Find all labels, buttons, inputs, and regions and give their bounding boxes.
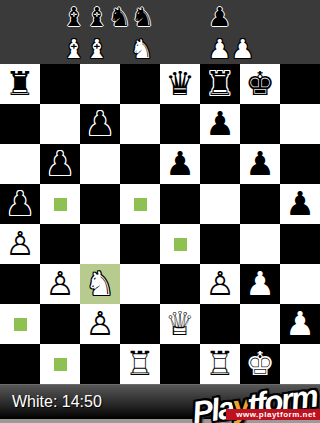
square-b2[interactable]: [40, 304, 80, 344]
square-h1[interactable]: [280, 344, 320, 384]
white-pawn: ♙: [85, 304, 115, 344]
square-b7[interactable]: [40, 104, 80, 144]
white-pawn: ♙: [205, 264, 235, 304]
white-rook: ♖: [125, 344, 155, 384]
active-player-clock: White: 14:50: [12, 393, 102, 411]
square-e4[interactable]: [160, 224, 200, 264]
square-d3[interactable]: [120, 264, 160, 304]
captured-black-knight-icon: ♞: [131, 2, 154, 32]
square-e3[interactable]: [160, 264, 200, 304]
square-b3[interactable]: ♙: [40, 264, 80, 304]
square-a4[interactable]: ♙: [0, 224, 40, 264]
square-c5[interactable]: [80, 184, 120, 224]
bottom-strip: [0, 419, 320, 423]
square-a8[interactable]: ♜: [0, 64, 40, 104]
black-pawn: ♟: [285, 184, 315, 224]
captured-pieces-tray: ♝♝♞♞♟ ♝♝♞♟♟: [0, 0, 320, 64]
white-queen: ♕: [165, 304, 195, 344]
square-e6[interactable]: ♟: [160, 144, 200, 184]
square-f1[interactable]: ♖: [200, 344, 240, 384]
square-b8[interactable]: [40, 64, 80, 104]
white-knight: ♞: [85, 264, 115, 304]
square-a3[interactable]: [0, 264, 40, 304]
square-h3[interactable]: [280, 264, 320, 304]
square-a2[interactable]: [0, 304, 40, 344]
white-pawn: ♟: [245, 264, 275, 304]
chess-app: ♝♝♞♞♟ ♝♝♞♟♟ ♜♛♜♚♟♟♟♟♟♟♟♙♙♞♙♟♙♕♟♖♖♚ White…: [0, 0, 320, 423]
captured-white-bishop-icon: ♝: [62, 34, 85, 64]
square-g3[interactable]: ♟: [240, 264, 280, 304]
square-a5[interactable]: ♟: [0, 184, 40, 224]
move-hint-marker: [54, 358, 67, 371]
square-g1[interactable]: ♚: [240, 344, 280, 384]
square-f7[interactable]: ♟: [200, 104, 240, 144]
captured-white-pawn-icon: ♟: [208, 34, 231, 64]
square-h8[interactable]: [280, 64, 320, 104]
captured-black-bishop-icon: ♝: [85, 2, 108, 32]
square-c3[interactable]: ♞: [80, 264, 120, 304]
square-h5[interactable]: ♟: [280, 184, 320, 224]
square-f5[interactable]: [200, 184, 240, 224]
square-d6[interactable]: [120, 144, 160, 184]
move-hint-marker: [134, 198, 147, 211]
square-e7[interactable]: [160, 104, 200, 144]
square-d1[interactable]: ♖: [120, 344, 160, 384]
captured-black-knight-icon: ♞: [108, 2, 131, 32]
square-c1[interactable]: [80, 344, 120, 384]
white-pawn: ♙: [45, 264, 75, 304]
black-pawn: ♟: [205, 104, 235, 144]
square-c7[interactable]: ♟: [80, 104, 120, 144]
square-e1[interactable]: [160, 344, 200, 384]
square-h2[interactable]: ♟: [280, 304, 320, 344]
captured-white-bishop-icon: ♝: [85, 34, 108, 64]
square-d5[interactable]: [120, 184, 160, 224]
move-hint-marker: [174, 238, 187, 251]
captured-black-bishop-icon: ♝: [62, 2, 85, 32]
square-d2[interactable]: [120, 304, 160, 344]
square-a1[interactable]: [0, 344, 40, 384]
chess-board: ♜♛♜♚♟♟♟♟♟♟♟♙♙♞♙♟♙♕♟♖♖♚: [0, 64, 320, 384]
square-f8[interactable]: ♜: [200, 64, 240, 104]
square-c2[interactable]: ♙: [80, 304, 120, 344]
captured-white-knight-icon: ♞: [130, 34, 153, 64]
captured-black-pawn-icon: ♟: [208, 2, 231, 32]
status-bar: White: 14:50: [0, 384, 320, 419]
square-g2[interactable]: [240, 304, 280, 344]
square-g4[interactable]: [240, 224, 280, 264]
square-a6[interactable]: [0, 144, 40, 184]
square-f2[interactable]: [200, 304, 240, 344]
black-rook: ♜: [205, 64, 235, 104]
square-g5[interactable]: [240, 184, 280, 224]
move-hint-marker: [14, 318, 27, 331]
square-d8[interactable]: [120, 64, 160, 104]
black-pawn: ♟: [85, 104, 115, 144]
square-c8[interactable]: [80, 64, 120, 104]
square-f6[interactable]: [200, 144, 240, 184]
square-b4[interactable]: [40, 224, 80, 264]
square-c6[interactable]: [80, 144, 120, 184]
square-f3[interactable]: ♙: [200, 264, 240, 304]
square-a7[interactable]: [0, 104, 40, 144]
white-rook: ♖: [205, 344, 235, 384]
square-e8[interactable]: ♛: [160, 64, 200, 104]
square-h7[interactable]: [280, 104, 320, 144]
square-e2[interactable]: ♕: [160, 304, 200, 344]
square-g6[interactable]: ♟: [240, 144, 280, 184]
black-pawn: ♟: [165, 144, 195, 184]
black-pawn: ♟: [5, 184, 35, 224]
black-pawn: ♟: [245, 144, 275, 184]
white-pawn: ♟: [285, 304, 315, 344]
square-d4[interactable]: [120, 224, 160, 264]
square-b5[interactable]: [40, 184, 80, 224]
captured-white-pawn-icon: ♟: [231, 34, 254, 64]
white-king: ♚: [245, 344, 275, 384]
square-h4[interactable]: [280, 224, 320, 264]
square-b1[interactable]: [40, 344, 80, 384]
square-f4[interactable]: [200, 224, 240, 264]
white-pawn: ♙: [5, 224, 35, 264]
black-rook: ♜: [5, 64, 35, 104]
square-d7[interactable]: [120, 104, 160, 144]
black-king: ♚: [245, 64, 275, 104]
square-e5[interactable]: [160, 184, 200, 224]
move-hint-marker: [54, 198, 67, 211]
square-h6[interactable]: [280, 144, 320, 184]
square-g8[interactable]: ♚: [240, 64, 280, 104]
square-g7[interactable]: [240, 104, 280, 144]
black-pawn: ♟: [45, 144, 75, 184]
black-queen: ♛: [165, 64, 195, 104]
square-b6[interactable]: ♟: [40, 144, 80, 184]
square-c4[interactable]: [80, 224, 120, 264]
